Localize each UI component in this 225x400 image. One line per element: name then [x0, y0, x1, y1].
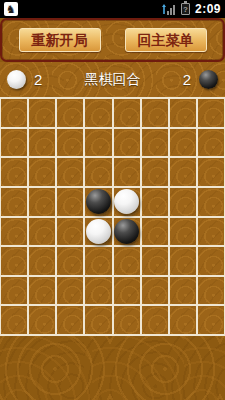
restart-button[interactable]: 重新开局	[19, 28, 101, 52]
board-cell[interactable]	[85, 277, 111, 305]
white-stone	[86, 219, 111, 244]
board-cell[interactable]	[142, 277, 168, 305]
black-stone	[86, 189, 111, 214]
board-cell[interactable]	[198, 188, 224, 216]
board-cell[interactable]	[57, 158, 83, 186]
board-cell[interactable]	[114, 218, 140, 246]
board-cell[interactable]	[114, 247, 140, 275]
board-cell[interactable]	[1, 277, 27, 305]
board-cell[interactable]	[198, 277, 224, 305]
board-cell[interactable]	[142, 218, 168, 246]
board-cell[interactable]	[57, 218, 83, 246]
board-cell[interactable]	[198, 129, 224, 157]
board-cell[interactable]	[57, 247, 83, 275]
board-cell[interactable]	[142, 99, 168, 127]
board-cell[interactable]	[85, 247, 111, 275]
board-cell[interactable]	[29, 306, 55, 334]
board-cell[interactable]	[85, 158, 111, 186]
board-cell[interactable]	[142, 188, 168, 216]
white-stone-indicator	[7, 70, 26, 89]
board-cell[interactable]	[1, 129, 27, 157]
board-cell[interactable]	[142, 247, 168, 275]
board-cell[interactable]	[114, 188, 140, 216]
board-cell[interactable]	[170, 129, 196, 157]
main-menu-button[interactable]: 回主菜单	[125, 28, 207, 52]
board-cell[interactable]	[170, 99, 196, 127]
board-cell[interactable]	[1, 158, 27, 186]
board-cell[interactable]	[1, 247, 27, 275]
board-cell[interactable]	[198, 218, 224, 246]
board-cell[interactable]	[1, 218, 27, 246]
board-cell[interactable]	[57, 99, 83, 127]
board-cell[interactable]	[29, 99, 55, 127]
board-cell[interactable]	[29, 188, 55, 216]
board-cell[interactable]	[114, 306, 140, 334]
board-cell[interactable]	[170, 158, 196, 186]
background-lower	[0, 336, 225, 400]
board-cell[interactable]	[142, 306, 168, 334]
board-cell[interactable]	[29, 158, 55, 186]
board-cell[interactable]	[1, 306, 27, 334]
battery-unknown-icon: ?	[181, 3, 190, 15]
white-count: 2	[34, 71, 42, 88]
board-cell[interactable]	[57, 188, 83, 216]
board-cell[interactable]	[142, 158, 168, 186]
black-count: 2	[183, 71, 191, 88]
black-score-group: 2	[183, 70, 218, 89]
board-cell[interactable]	[170, 218, 196, 246]
board-cell[interactable]	[57, 277, 83, 305]
board-cell[interactable]	[142, 129, 168, 157]
board-cell[interactable]	[198, 99, 224, 127]
board-cell[interactable]	[114, 129, 140, 157]
status-bar: ♞ ? 2:09	[0, 0, 225, 18]
black-stone-indicator	[199, 70, 218, 89]
board-cell[interactable]	[170, 188, 196, 216]
status-bar-right: ? 2:09	[160, 2, 221, 16]
board-cell[interactable]	[29, 247, 55, 275]
black-stone	[114, 219, 139, 244]
board	[0, 97, 225, 336]
board-cell[interactable]	[170, 306, 196, 334]
board-cell[interactable]	[29, 218, 55, 246]
board-cell[interactable]	[198, 158, 224, 186]
board-cell[interactable]	[85, 306, 111, 334]
turn-label: 黑棋回合	[85, 71, 141, 89]
board-cell[interactable]	[85, 218, 111, 246]
white-score-group: 2	[7, 70, 42, 89]
board-cell[interactable]	[29, 277, 55, 305]
board-cell[interactable]	[1, 188, 27, 216]
board-cell[interactable]	[1, 99, 27, 127]
signal-strength-icon	[160, 3, 176, 16]
board-cell[interactable]	[198, 306, 224, 334]
board-cell[interactable]	[170, 247, 196, 275]
white-stone	[114, 189, 139, 214]
board-cell[interactable]	[57, 306, 83, 334]
board-cell[interactable]	[85, 188, 111, 216]
app-screen: ♞ ? 2:09 重新开局 回主菜单 2 黑棋回合 2	[0, 0, 225, 400]
board-cell[interactable]	[57, 129, 83, 157]
board-cell[interactable]	[114, 99, 140, 127]
board-cell[interactable]	[29, 129, 55, 157]
notification-knight-icon: ♞	[4, 2, 18, 16]
toolbar: 重新开局 回主菜单	[0, 18, 225, 62]
board-cell[interactable]	[114, 277, 140, 305]
board-cell[interactable]	[85, 129, 111, 157]
board-cell[interactable]	[198, 247, 224, 275]
score-bar: 2 黑棋回合 2	[0, 62, 225, 97]
board-cell[interactable]	[114, 158, 140, 186]
board-cell[interactable]	[170, 277, 196, 305]
clock-time: 2:09	[195, 2, 221, 16]
board-cell[interactable]	[85, 99, 111, 127]
